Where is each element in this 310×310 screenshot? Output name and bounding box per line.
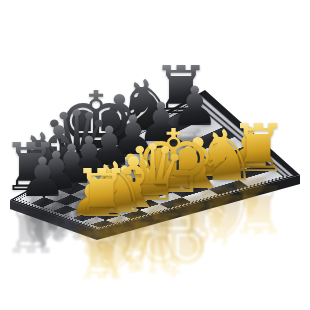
board-grid	[19, 103, 284, 227]
product-photo-canvas: ♜♜♞♞♝♝♛♛♚♚♝♝♞♞♜♜♟♟♟♟♟♟♟♟♟♟♟♟♟♟♟♟♟♟♟♟♟♟♟♟…	[0, 0, 310, 310]
chess-board	[10, 90, 300, 230]
board-frame-pinstripe-outer	[13, 96, 293, 229]
board-frame-pinstripe-inner	[15, 98, 290, 228]
